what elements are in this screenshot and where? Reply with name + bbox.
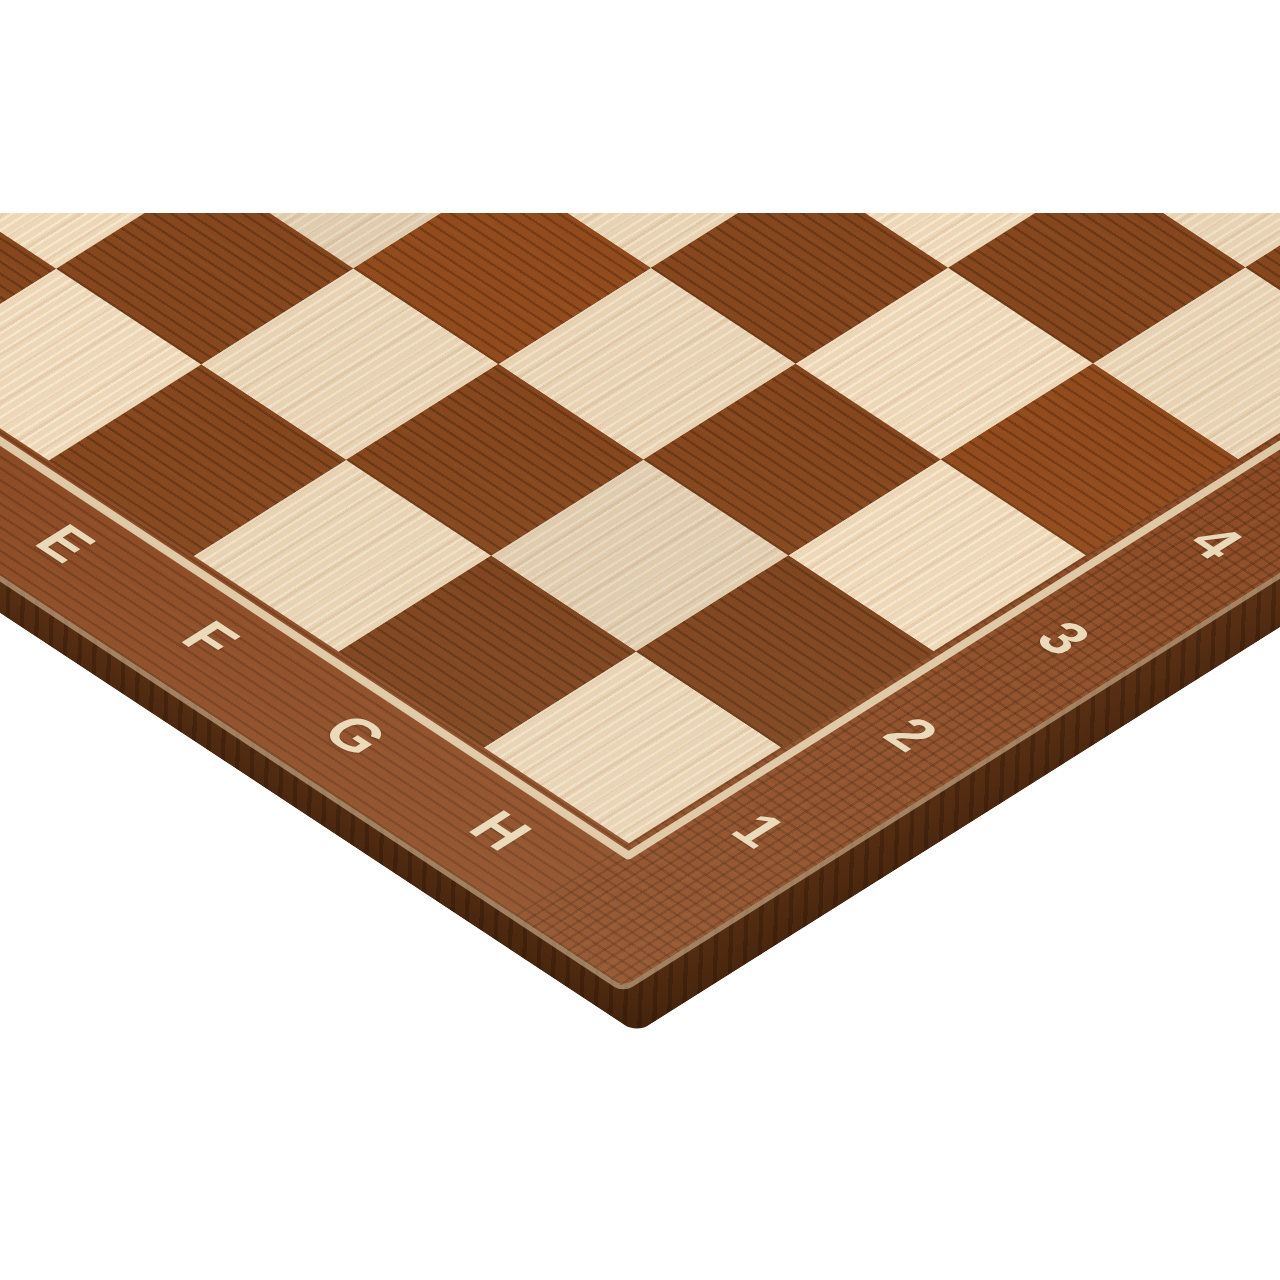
scene: E F G H 4 3 2 1 — [0, 0, 1280, 1280]
top-white-crop — [0, 0, 1280, 213]
